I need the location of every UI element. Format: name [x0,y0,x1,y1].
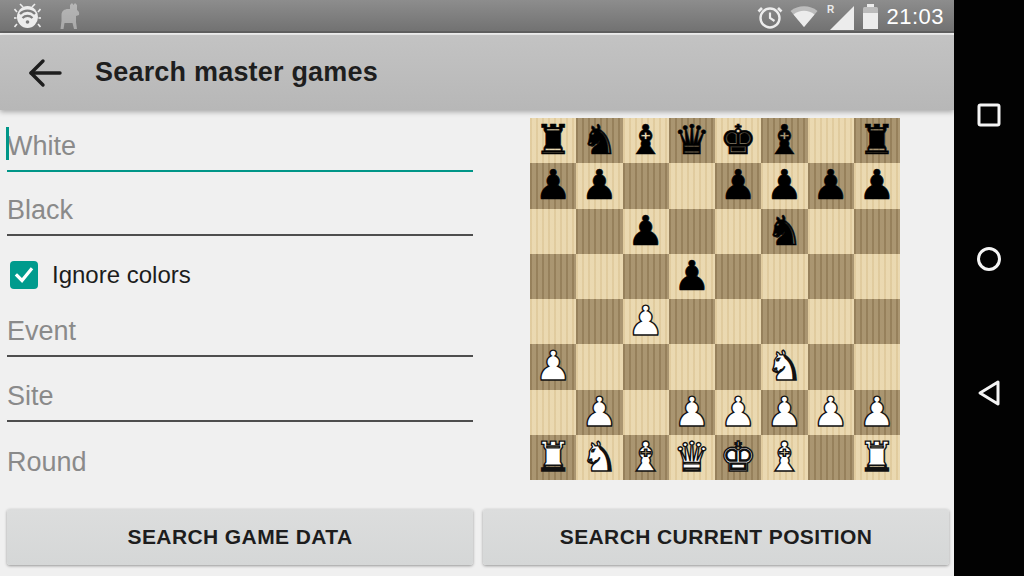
piece-black-pawn: ♟ [535,165,572,206]
square-g3[interactable] [808,344,854,389]
piece-black-knight: ♞ [581,120,618,161]
piece-white-bishop: ♝ [627,437,664,478]
piece-white-pawn: ♟ [627,301,664,342]
square-h5[interactable] [854,254,900,299]
square-d6[interactable] [669,209,715,254]
round-field[interactable] [7,436,473,488]
square-b1[interactable]: ♞ [576,435,622,480]
square-d2[interactable]: ♟ [669,390,715,435]
piece-white-queen: ♛ [673,437,710,478]
square-c7[interactable] [623,163,669,208]
ignore-colors-checkbox[interactable] [10,261,38,289]
square-b3[interactable] [576,344,622,389]
piece-white-rook: ♜ [858,437,895,478]
piece-black-pawn: ♟ [766,165,803,206]
square-f8[interactable]: ♝ [761,118,807,163]
square-b7[interactable]: ♟ [576,163,622,208]
svg-text:R: R [827,4,835,15]
clock-time: 21:03 [886,4,944,30]
square-b6[interactable] [576,209,622,254]
search-current-position-button[interactable]: SEARCH CURRENT POSITION [483,509,949,565]
square-f5[interactable] [761,254,807,299]
square-f1[interactable]: ♝ [761,435,807,480]
square-e7[interactable]: ♟ [715,163,761,208]
piece-black-pawn: ♟ [581,165,618,206]
square-h2[interactable]: ♟ [854,390,900,435]
square-a3[interactable]: ♟ [530,344,576,389]
llama-notification-icon [54,3,80,30]
recents-square-icon[interactable] [977,103,1001,127]
back-button[interactable] [26,55,64,91]
piece-white-pawn: ♟ [673,392,710,433]
piece-white-pawn: ♟ [812,392,849,433]
piece-white-bishop: ♝ [766,437,803,478]
square-f6[interactable]: ♞ [761,209,807,254]
black-field-underline [7,234,473,236]
square-g2[interactable]: ♟ [808,390,854,435]
square-b8[interactable]: ♞ [576,118,622,163]
square-c6[interactable]: ♟ [623,209,669,254]
white-input[interactable] [7,120,473,172]
search-game-data-button[interactable]: SEARCH GAME DATA [7,509,473,565]
square-b4[interactable] [576,299,622,344]
piece-black-bishop: ♝ [627,120,664,161]
cell-signal-icon: R [825,4,855,30]
square-g5[interactable] [808,254,854,299]
piece-white-pawn: ♟ [535,346,572,387]
piece-white-pawn: ♟ [766,392,803,433]
event-field-underline [7,355,473,357]
square-d4[interactable] [669,299,715,344]
white-field[interactable] [7,120,473,172]
square-g8[interactable] [808,118,854,163]
black-input[interactable] [7,184,473,236]
square-f2[interactable]: ♟ [761,390,807,435]
square-f3[interactable]: ♞ [761,344,807,389]
piece-white-pawn: ♟ [858,392,895,433]
event-input[interactable] [7,305,473,357]
square-a7[interactable]: ♟ [530,163,576,208]
square-f7[interactable]: ♟ [761,163,807,208]
square-b2[interactable]: ♟ [576,390,622,435]
piece-black-bishop: ♝ [766,120,803,161]
wifi-icon [790,5,818,29]
square-c8[interactable]: ♝ [623,118,669,163]
square-d1[interactable]: ♛ [669,435,715,480]
bug-wifi-notification-icon [14,3,41,30]
piece-black-knight: ♞ [766,211,803,252]
site-input[interactable] [7,370,473,422]
piece-black-rook: ♜ [858,120,895,161]
ignore-colors-row: Ignore colors [10,259,191,291]
square-e6[interactable] [715,209,761,254]
piece-white-king: ♚ [720,437,757,478]
back-triangle-icon[interactable] [976,379,1002,407]
square-a5[interactable] [530,254,576,299]
navigation-bar [954,0,1024,576]
text-cursor [6,127,9,160]
square-h8[interactable]: ♜ [854,118,900,163]
square-e5[interactable] [715,254,761,299]
site-field-underline [7,420,473,422]
square-d3[interactable] [669,344,715,389]
chess-board: ♜♞♝♛♚♝♜♟♟♟♟♟♟♟♞♟♟♟♞♟♟♟♟♟♟♜♞♝♛♚♝♜ [530,118,900,480]
piece-black-pawn: ♟ [673,256,710,297]
square-c3[interactable] [623,344,669,389]
square-h3[interactable] [854,344,900,389]
square-h4[interactable] [854,299,900,344]
square-d7[interactable] [669,163,715,208]
square-h6[interactable] [854,209,900,254]
piece-white-pawn: ♟ [720,392,757,433]
square-g6[interactable] [808,209,854,254]
site-field[interactable] [7,370,473,422]
square-a8[interactable]: ♜ [530,118,576,163]
event-field[interactable] [7,305,473,357]
square-d5[interactable]: ♟ [669,254,715,299]
piece-black-queen: ♛ [673,120,710,161]
home-circle-icon[interactable] [976,246,1002,272]
piece-black-pawn: ♟ [627,211,664,252]
square-g1[interactable] [808,435,854,480]
square-d8[interactable]: ♛ [669,118,715,163]
piece-black-pawn: ♟ [812,165,849,206]
page-title: Search master games [95,35,378,110]
square-h7[interactable]: ♟ [854,163,900,208]
alarm-icon [757,4,783,30]
square-f4[interactable] [761,299,807,344]
square-a4[interactable] [530,299,576,344]
square-g4[interactable] [808,299,854,344]
ignore-colors-label: Ignore colors [52,261,191,289]
piece-black-pawn: ♟ [720,165,757,206]
piece-white-knight: ♞ [581,437,618,478]
app-bar: Search master games [0,35,954,110]
piece-white-pawn: ♟ [581,392,618,433]
square-e8[interactable]: ♚ [715,118,761,163]
piece-black-pawn: ♟ [858,165,895,206]
square-a1[interactable]: ♜ [530,435,576,480]
piece-white-knight: ♞ [766,346,803,387]
square-c2[interactable] [623,390,669,435]
square-b5[interactable] [576,254,622,299]
square-e3[interactable] [715,344,761,389]
square-h1[interactable]: ♜ [854,435,900,480]
search-master-games-screen: R 21:03 Search mast [0,0,1024,576]
square-e4[interactable] [715,299,761,344]
square-e2[interactable]: ♟ [715,390,761,435]
piece-black-king: ♚ [720,120,757,161]
white-field-underline [7,170,473,172]
square-a6[interactable] [530,209,576,254]
square-c1[interactable]: ♝ [623,435,669,480]
status-bar: R 21:03 [0,0,954,33]
square-c5[interactable] [623,254,669,299]
square-g7[interactable]: ♟ [808,163,854,208]
black-field[interactable] [7,184,473,236]
round-input[interactable] [7,436,473,488]
piece-white-rook: ♜ [535,437,572,478]
square-c4[interactable]: ♟ [623,299,669,344]
battery-icon [862,3,879,30]
square-a2[interactable] [530,390,576,435]
piece-black-rook: ♜ [535,120,572,161]
square-e1[interactable]: ♚ [715,435,761,480]
